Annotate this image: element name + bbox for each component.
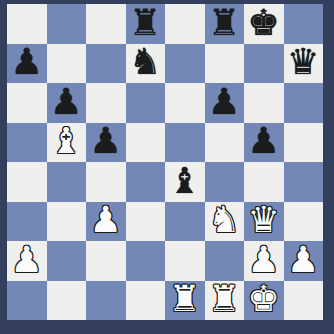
black-pawn[interactable]: ♟: [50, 84, 82, 120]
square-g2[interactable]: ♟: [244, 241, 284, 281]
square-g5[interactable]: ♟: [244, 123, 284, 163]
square-b3[interactable]: [47, 202, 87, 242]
chess-board: ♜♜♚♟♞♛♟♟♝♟♟♝♟♞♛♟♟♟♜♜♚: [7, 4, 323, 320]
black-pawn[interactable]: ♟: [208, 84, 240, 120]
square-g6[interactable]: [244, 83, 284, 123]
square-d3[interactable]: [126, 202, 166, 242]
square-c7[interactable]: [86, 44, 126, 84]
square-a4[interactable]: [7, 162, 47, 202]
square-a5[interactable]: [7, 123, 47, 163]
black-rook[interactable]: ♜: [208, 5, 240, 41]
square-d5[interactable]: [126, 123, 166, 163]
square-d1[interactable]: [126, 281, 166, 321]
square-h6[interactable]: [284, 83, 324, 123]
square-d4[interactable]: [126, 162, 166, 202]
black-knight[interactable]: ♞: [129, 44, 161, 80]
white-pawn[interactable]: ♟: [11, 242, 43, 278]
square-b7[interactable]: [47, 44, 87, 84]
black-bishop[interactable]: ♝: [169, 163, 201, 199]
square-c8[interactable]: [86, 4, 126, 44]
square-h2[interactable]: ♟: [284, 241, 324, 281]
square-a3[interactable]: [7, 202, 47, 242]
square-f3[interactable]: ♞: [205, 202, 245, 242]
white-rook[interactable]: ♜: [169, 281, 201, 317]
square-a7[interactable]: ♟: [7, 44, 47, 84]
white-knight[interactable]: ♞: [208, 202, 240, 238]
square-d2[interactable]: [126, 241, 166, 281]
white-queen[interactable]: ♛: [248, 202, 280, 238]
square-c5[interactable]: ♟: [86, 123, 126, 163]
square-f5[interactable]: [205, 123, 245, 163]
black-pawn[interactable]: ♟: [90, 123, 122, 159]
square-c4[interactable]: [86, 162, 126, 202]
square-e7[interactable]: [165, 44, 205, 84]
square-a6[interactable]: [7, 83, 47, 123]
square-g7[interactable]: [244, 44, 284, 84]
square-f8[interactable]: ♜: [205, 4, 245, 44]
black-pawn[interactable]: ♟: [248, 123, 280, 159]
square-e2[interactable]: [165, 241, 205, 281]
square-g1[interactable]: ♚: [244, 281, 284, 321]
square-e1[interactable]: ♜: [165, 281, 205, 321]
square-c3[interactable]: ♟: [86, 202, 126, 242]
square-e6[interactable]: [165, 83, 205, 123]
square-a2[interactable]: ♟: [7, 241, 47, 281]
square-c1[interactable]: [86, 281, 126, 321]
square-f2[interactable]: [205, 241, 245, 281]
white-pawn[interactable]: ♟: [90, 202, 122, 238]
square-c2[interactable]: [86, 241, 126, 281]
square-h5[interactable]: [284, 123, 324, 163]
black-rook[interactable]: ♜: [129, 5, 161, 41]
square-b1[interactable]: [47, 281, 87, 321]
white-pawn[interactable]: ♟: [287, 242, 319, 278]
white-pawn[interactable]: ♟: [248, 242, 280, 278]
white-bishop[interactable]: ♝: [50, 123, 82, 159]
square-e4[interactable]: ♝: [165, 162, 205, 202]
square-d7[interactable]: ♞: [126, 44, 166, 84]
black-king[interactable]: ♚: [248, 5, 280, 41]
square-c6[interactable]: [86, 83, 126, 123]
square-b8[interactable]: [47, 4, 87, 44]
square-f4[interactable]: [205, 162, 245, 202]
white-king[interactable]: ♚: [248, 281, 280, 317]
black-queen[interactable]: ♛: [287, 44, 319, 80]
chess-board-frame: ♜♜♚♟♞♛♟♟♝♟♟♝♟♞♛♟♟♟♜♜♚: [0, 0, 334, 334]
square-e8[interactable]: [165, 4, 205, 44]
square-h8[interactable]: [284, 4, 324, 44]
square-a8[interactable]: [7, 4, 47, 44]
square-h7[interactable]: ♛: [284, 44, 324, 84]
black-pawn[interactable]: ♟: [11, 44, 43, 80]
square-d8[interactable]: ♜: [126, 4, 166, 44]
square-b5[interactable]: ♝: [47, 123, 87, 163]
white-rook[interactable]: ♜: [208, 281, 240, 317]
square-f7[interactable]: [205, 44, 245, 84]
square-d6[interactable]: [126, 83, 166, 123]
square-e5[interactable]: [165, 123, 205, 163]
square-g8[interactable]: ♚: [244, 4, 284, 44]
square-g3[interactable]: ♛: [244, 202, 284, 242]
square-h1[interactable]: [284, 281, 324, 321]
square-b4[interactable]: [47, 162, 87, 202]
square-f6[interactable]: ♟: [205, 83, 245, 123]
square-e3[interactable]: [165, 202, 205, 242]
square-g4[interactable]: [244, 162, 284, 202]
square-h3[interactable]: [284, 202, 324, 242]
square-b2[interactable]: [47, 241, 87, 281]
square-f1[interactable]: ♜: [205, 281, 245, 321]
square-a1[interactable]: [7, 281, 47, 321]
square-b6[interactable]: ♟: [47, 83, 87, 123]
square-h4[interactable]: [284, 162, 324, 202]
